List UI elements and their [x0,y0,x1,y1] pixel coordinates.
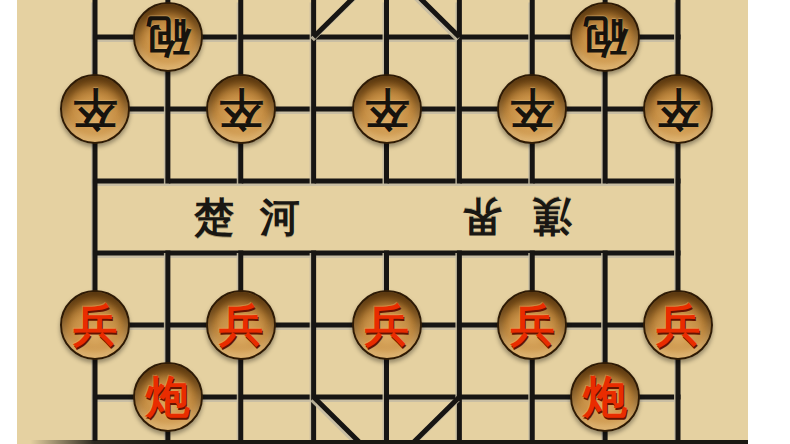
piece-red-soldier-5[interactable]: 兵 [643,290,713,360]
piece-black-cannon-left[interactable]: 砲 [133,2,203,72]
red-piece-glyph: 兵 [219,303,263,347]
red-piece-glyph: 炮 [583,375,627,419]
piece-black-soldier-5[interactable]: 卒 [643,74,713,144]
piece-red-soldier-3[interactable]: 兵 [352,290,422,360]
piece-black-soldier-1[interactable]: 卒 [60,74,130,144]
piece-black-soldier-3[interactable]: 卒 [352,74,422,144]
piece-red-soldier-4[interactable]: 兵 [497,290,567,360]
red-piece-glyph: 兵 [656,303,700,347]
black-piece-glyph: 砲 [583,15,627,59]
board-grid-lines [0,0,790,444]
red-piece-glyph: 炮 [146,375,190,419]
black-piece-glyph: 卒 [510,87,554,131]
black-piece-glyph: 卒 [656,87,700,131]
piece-black-cannon-right[interactable]: 砲 [570,2,640,72]
red-piece-glyph: 兵 [365,303,409,347]
piece-red-soldier-1[interactable]: 兵 [60,290,130,360]
red-piece-glyph: 兵 [73,303,117,347]
board-bottom-edge [30,440,748,444]
piece-red-cannon-left[interactable]: 炮 [133,362,203,432]
red-piece-glyph: 兵 [510,303,554,347]
piece-red-cannon-right[interactable]: 炮 [570,362,640,432]
black-piece-glyph: 卒 [219,87,263,131]
black-piece-glyph: 卒 [365,87,409,131]
black-piece-glyph: 砲 [146,15,190,59]
piece-red-soldier-2[interactable]: 兵 [206,290,276,360]
piece-black-soldier-4[interactable]: 卒 [497,74,567,144]
xiangqi-screenshot: 楚河 漢界 砲砲卒卒卒卒卒兵兵兵兵兵炮炮 [0,0,790,444]
piece-black-soldier-2[interactable]: 卒 [206,74,276,144]
black-piece-glyph: 卒 [73,87,117,131]
